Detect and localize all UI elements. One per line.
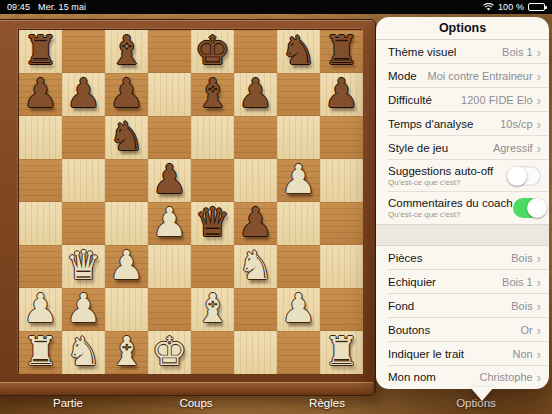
square-c3[interactable]: ♟ [105, 245, 148, 288]
square-e7[interactable]: ♝ [191, 73, 234, 116]
row-boutons[interactable]: Boutons Or › [376, 318, 549, 342]
square-f5[interactable] [234, 159, 277, 202]
row-label: Thème visuel [388, 46, 456, 58]
square-f7[interactable]: ♟ [234, 73, 277, 116]
piece-black-bishop[interactable]: ♝ [191, 71, 234, 114]
row-value: Non [512, 348, 532, 360]
square-a6[interactable] [19, 116, 62, 159]
piece-black-pawn[interactable]: ♟ [148, 157, 191, 200]
square-d6[interactable] [148, 116, 191, 159]
square-d7[interactable] [148, 73, 191, 116]
status-date: Mer. 15 mai [38, 2, 86, 12]
piece-black-pawn[interactable]: ♟ [320, 71, 363, 114]
toolbar-item-partie[interactable]: Partie [53, 397, 83, 409]
square-b8[interactable] [62, 30, 105, 73]
square-b5[interactable] [62, 159, 105, 202]
square-f3[interactable]: ♞ [234, 245, 277, 288]
chevron-right-icon: › [537, 70, 541, 83]
chevron-right-icon: › [537, 94, 541, 107]
row-echiquier[interactable]: Echiquier Bois 1 › [376, 270, 549, 294]
square-h6[interactable] [320, 116, 363, 159]
piece-black-king[interactable]: ♚ [191, 28, 234, 71]
popover-arrow [470, 387, 494, 401]
square-e2[interactable]: ♝ [191, 288, 234, 331]
square-g3[interactable] [277, 245, 320, 288]
square-b3[interactable]: ♛ [62, 245, 105, 288]
chevron-right-icon: › [537, 142, 541, 155]
row-label: Commentaires du coach [388, 197, 513, 209]
row-label: Mode [388, 70, 417, 82]
row-mon-nom[interactable]: Mon nom Christophe › [376, 366, 549, 388]
square-f6[interactable] [234, 116, 277, 159]
square-e5[interactable] [191, 159, 234, 202]
row-value: Bois 1 [502, 276, 533, 288]
piece-white-queen[interactable]: ♛ [62, 243, 105, 286]
piece-white-bishop[interactable]: ♝ [191, 286, 234, 329]
toggle-knob [527, 198, 547, 218]
row-commentaires-coach[interactable]: Commentaires du coach Qu'est-ce que c'es… [376, 192, 549, 224]
piece-white-pawn[interactable]: ♟ [148, 200, 191, 243]
chevron-right-icon: › [537, 324, 541, 337]
piece-black-bishop[interactable]: ♝ [105, 28, 148, 71]
square-a2[interactable]: ♟ [19, 288, 62, 331]
square-e8[interactable]: ♚ [191, 30, 234, 73]
piece-black-queen[interactable]: ♛ [191, 200, 234, 243]
piece-black-pawn[interactable]: ♟ [62, 71, 105, 114]
square-h4[interactable] [320, 202, 363, 245]
row-difficulte[interactable]: Difficulté 1200 FIDE Elo › [376, 88, 549, 112]
square-f1[interactable] [234, 331, 277, 374]
piece-white-knight[interactable]: ♞ [234, 243, 277, 286]
row-value: Christophe [479, 371, 532, 383]
row-mode[interactable]: Mode Moi contre Entraineur › [376, 64, 549, 88]
suggestions-toggle[interactable] [507, 166, 541, 186]
square-d1[interactable]: ♚ [148, 331, 191, 374]
toolbar-item-regles[interactable]: Règles [309, 397, 345, 409]
chevron-right-icon: › [537, 46, 541, 59]
piece-white-pawn[interactable]: ♟ [105, 243, 148, 286]
square-d5[interactable]: ♟ [148, 159, 191, 202]
square-h8[interactable]: ♜ [320, 30, 363, 73]
square-h7[interactable]: ♟ [320, 73, 363, 116]
square-c4[interactable] [105, 202, 148, 245]
row-help-link[interactable]: Qu'est-ce que c'est? [388, 210, 513, 219]
square-c5[interactable] [105, 159, 148, 202]
chess-board-frame: ♜♝♚♞♜♟♟♟♝♟♟♞♟♟♟♛♟♛♟♞♟♟♝♟♜♞♝♚♜ [0, 19, 376, 396]
square-a5[interactable] [19, 159, 62, 202]
square-h2[interactable] [320, 288, 363, 331]
row-label: Difficulté [388, 94, 432, 106]
board-grid[interactable]: ♜♝♚♞♜♟♟♟♝♟♟♞♟♟♟♛♟♛♟♞♟♟♝♟♜♞♝♚♜ [18, 29, 362, 373]
row-theme-visuel[interactable]: Thème visuel Bois 1 › [376, 40, 549, 64]
row-value: Agressif [493, 142, 533, 154]
chevron-right-icon: › [537, 276, 541, 289]
square-b4[interactable] [62, 202, 105, 245]
square-a1[interactable]: ♜ [19, 331, 62, 374]
square-h1[interactable]: ♜ [320, 331, 363, 374]
row-value: Bois 1 [502, 46, 533, 58]
piece-black-knight[interactable]: ♞ [277, 28, 320, 71]
square-g8[interactable]: ♞ [277, 30, 320, 73]
square-g5[interactable]: ♟ [277, 159, 320, 202]
square-a8[interactable]: ♜ [19, 30, 62, 73]
row-label: Boutons [388, 324, 430, 336]
piece-white-bishop[interactable]: ♝ [105, 329, 148, 372]
square-f2[interactable] [234, 288, 277, 331]
square-e1[interactable] [191, 331, 234, 374]
piece-white-pawn[interactable]: ♟ [19, 286, 62, 329]
square-b2[interactable]: ♟ [62, 288, 105, 331]
row-label: Pièces [388, 252, 423, 264]
square-a3[interactable] [19, 245, 62, 288]
square-c8[interactable]: ♝ [105, 30, 148, 73]
square-f4[interactable]: ♟ [234, 202, 277, 245]
row-value: 1200 FIDE Elo [461, 94, 533, 106]
row-label: Fond [388, 300, 414, 312]
piece-white-pawn[interactable]: ♟ [277, 286, 320, 329]
square-d2[interactable] [148, 288, 191, 331]
row-suggestions-auto-off[interactable]: Suggestions auto-off Qu'est-ce que c'est… [376, 160, 549, 192]
square-g6[interactable] [277, 116, 320, 159]
square-d4[interactable]: ♟ [148, 202, 191, 245]
square-c1[interactable]: ♝ [105, 331, 148, 374]
battery-percent: 100 % [498, 2, 524, 12]
row-fond[interactable]: Fond Bois › [376, 294, 549, 318]
square-g7[interactable] [277, 73, 320, 116]
row-pieces[interactable]: Pièces Bois › [376, 246, 549, 270]
row-label: Temps d'analyse [388, 118, 473, 130]
row-style-de-jeu[interactable]: Style de jeu Agressif › [376, 136, 549, 160]
chevron-right-icon: › [537, 371, 541, 384]
square-e3[interactable] [191, 245, 234, 288]
square-b7[interactable]: ♟ [62, 73, 105, 116]
square-d8[interactable] [148, 30, 191, 73]
row-value: Moi contre Entraineur [427, 70, 532, 82]
popover-title: Options [376, 17, 549, 40]
square-h3[interactable] [320, 245, 363, 288]
square-c6[interactable]: ♞ [105, 116, 148, 159]
row-value: Or [520, 324, 532, 336]
piece-black-rook[interactable]: ♜ [320, 28, 363, 71]
piece-black-pawn[interactable]: ♟ [234, 71, 277, 114]
square-g2[interactable]: ♟ [277, 288, 320, 331]
square-f8[interactable] [234, 30, 277, 73]
piece-white-pawn[interactable]: ♟ [277, 157, 320, 200]
square-a7[interactable]: ♟ [19, 73, 62, 116]
row-temps-analyse[interactable]: Temps d'analyse 10s/cp › [376, 112, 549, 136]
toolbar-item-coups[interactable]: Coups [179, 397, 212, 409]
square-e6[interactable] [191, 116, 234, 159]
row-label: Style de jeu [388, 142, 448, 154]
wifi-icon [483, 3, 494, 11]
row-label: Echiquier [388, 276, 436, 288]
square-c7[interactable]: ♟ [105, 73, 148, 116]
piece-black-rook[interactable]: ♜ [19, 28, 62, 71]
chevron-right-icon: › [537, 348, 541, 361]
toggle-knob [507, 166, 527, 186]
square-b6[interactable] [62, 116, 105, 159]
coach-comments-toggle[interactable] [513, 198, 541, 218]
chevron-right-icon: › [537, 118, 541, 131]
square-h5[interactable] [320, 159, 363, 202]
status-time: 09:45 [7, 2, 30, 12]
status-bar: 09:45 Mer. 15 mai 100 % [0, 0, 552, 14]
piece-white-knight[interactable]: ♞ [62, 329, 105, 372]
row-indiquer-le-trait[interactable]: Indiquer le trait Non › [376, 342, 549, 366]
square-a4[interactable] [19, 202, 62, 245]
piece-black-pawn[interactable]: ♟ [105, 71, 148, 114]
piece-white-rook[interactable]: ♜ [320, 329, 363, 372]
piece-white-king[interactable]: ♚ [148, 329, 191, 372]
square-g1[interactable] [277, 331, 320, 374]
battery-icon [528, 3, 545, 11]
piece-white-pawn[interactable]: ♟ [62, 286, 105, 329]
row-label: Suggestions auto-off [388, 165, 493, 177]
piece-white-rook[interactable]: ♜ [19, 329, 62, 372]
chevron-right-icon: › [537, 252, 541, 265]
row-value: 10s/cp [500, 118, 532, 130]
square-c2[interactable] [105, 288, 148, 331]
row-help-link[interactable]: Qu'est-ce que c'est? [388, 178, 493, 187]
square-g4[interactable] [277, 202, 320, 245]
options-popover: Options Thème visuel Bois 1 › Mode Moi c… [376, 17, 549, 389]
section-separator [376, 224, 549, 246]
piece-black-knight[interactable]: ♞ [105, 114, 148, 157]
row-value: Bois [511, 252, 532, 264]
row-value: Bois [511, 300, 532, 312]
square-d3[interactable] [148, 245, 191, 288]
chevron-right-icon: › [537, 300, 541, 313]
square-b1[interactable]: ♞ [62, 331, 105, 374]
piece-black-pawn[interactable]: ♟ [234, 200, 277, 243]
square-e4[interactable]: ♛ [191, 202, 234, 245]
piece-black-pawn[interactable]: ♟ [19, 71, 62, 114]
row-label: Mon nom [388, 371, 436, 383]
row-label: Indiquer le trait [388, 348, 464, 360]
